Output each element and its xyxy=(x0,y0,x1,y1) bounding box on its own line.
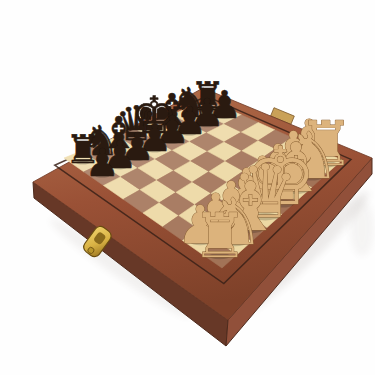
chess-set-product-photo: ♜♞♟♝♟♚♟♛♟♝♟♞♟♟♜♜♟♟♟♞♟♝♟♚♟♛♟♝♟♟♞♜ xyxy=(0,0,375,375)
piece-white-rook-a1: ♜ xyxy=(192,200,247,271)
chess-board-photo: ♜♞♟♝♟♚♟♛♟♝♟♞♟♟♜♜♟♟♟♞♟♝♟♚♟♛♟♝♟♟♞♜ xyxy=(0,0,375,375)
piece-black-pawn-a7: ♟ xyxy=(85,140,119,185)
